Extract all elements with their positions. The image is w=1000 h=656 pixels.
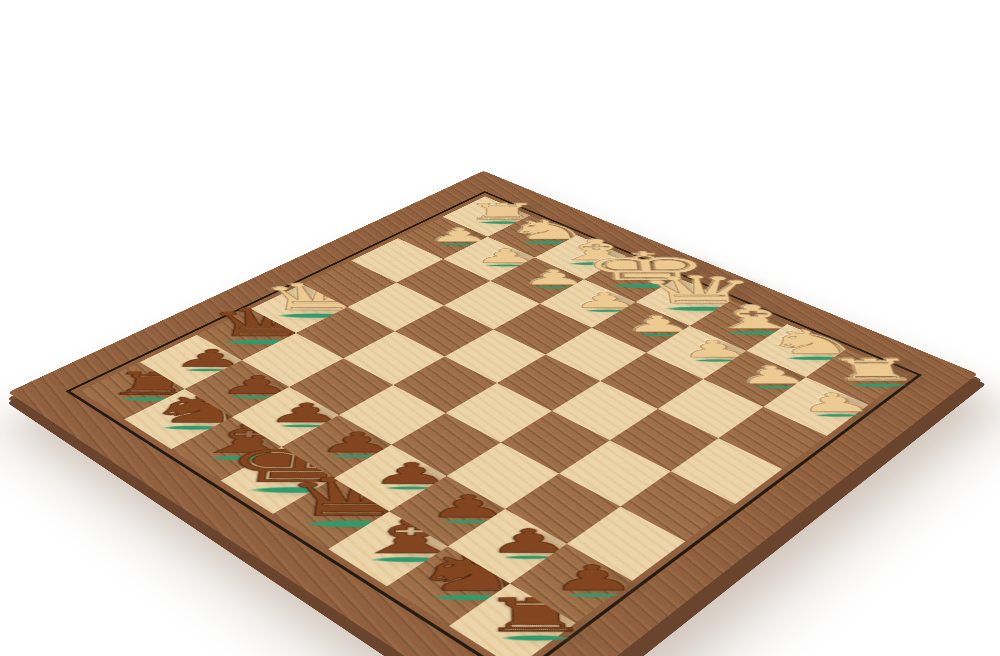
square-a6[interactable]: [567, 506, 686, 580]
piece-black-queen-h6[interactable]: ♛: [177, 302, 354, 342]
piece-white-pawn-d2[interactable]: ♟: [573, 313, 744, 335]
square-c6[interactable]: [447, 442, 559, 508]
square-b3[interactable]: [658, 379, 764, 438]
piece-black-queen-d8[interactable]: ♛: [250, 469, 453, 524]
square-a5[interactable]: [620, 471, 735, 541]
piece-white-pawn-f2[interactable]: ♟: [474, 268, 636, 288]
piece-white-pawn-h2[interactable]: ♟: [381, 226, 536, 245]
square-c7[interactable]: ♟: [389, 476, 505, 546]
square-a7[interactable]: ♟: [510, 544, 632, 623]
piece-white-pawn-a2[interactable]: ♟: [741, 390, 930, 416]
piece-black-pawn-b7[interactable]: ♟: [426, 525, 632, 558]
board-border-line: ♜♟♛♛♟♜♞♟♟♞♝♟♟♝♚♟♟♚♛♟♟♛♝♟♟♝♞♟♟♞♜♟♟♜: [65, 191, 922, 656]
square-d7[interactable]: ♟: [334, 445, 447, 512]
piece-black-bishop-c8[interactable]: ♝: [305, 512, 512, 560]
square-c4[interactable]: [552, 381, 658, 440]
square-b7[interactable]: ♟: [448, 509, 567, 584]
piece-white-pawn-c2[interactable]: ♟: [626, 337, 803, 360]
photo-background: ♜♟♛♛♟♜♞♟♟♞♝♟♟♝♚♟♟♚♛♟♟♛♝♟♟♝♞♟♟♞♜♟♟♜: [0, 0, 1000, 656]
piece-black-knight-b8[interactable]: ♞: [364, 549, 577, 598]
piece-black-rook-a8[interactable]: ♜: [426, 593, 646, 639]
square-b4[interactable]: [610, 409, 719, 471]
square-d8[interactable]: ♛: [273, 478, 389, 549]
piece-white-pawn-e2[interactable]: ♟: [523, 290, 689, 311]
square-a3[interactable]: [718, 407, 826, 469]
square-e8[interactable]: ♚: [221, 447, 334, 514]
square-a8[interactable]: ♜: [449, 584, 576, 656]
square-c8[interactable]: ♝: [328, 511, 448, 586]
piece-black-pawn-a7[interactable]: ♟: [488, 561, 701, 596]
piece-black-pawn-d7[interactable]: ♟: [312, 459, 507, 488]
piece-black-king-e8[interactable]: ♚: [198, 435, 398, 491]
board-grid: ♜♟♛♛♟♜♞♟♟♞♝♟♟♝♚♟♟♚♛♟♟♛♝♟♟♝♞♟♟♞♜♟♟♜: [80, 196, 908, 656]
chess-board: ♜♟♛♛♟♜♞♟♟♞♝♟♟♝♚♟♟♚♛♟♟♛♝♟♟♝♞♟♟♞♜♟♟♜: [8, 171, 978, 656]
square-c5[interactable]: [501, 411, 610, 474]
piece-white-pawn-g2[interactable]: ♟: [426, 246, 584, 265]
square-b6[interactable]: [505, 474, 620, 544]
piece-white-pawn-b2[interactable]: ♟: [682, 363, 865, 388]
square-b5[interactable]: [559, 440, 671, 506]
square-d5[interactable]: [446, 383, 552, 442]
square-a4[interactable]: [671, 438, 782, 504]
square-b8[interactable]: ♞: [387, 546, 510, 626]
piece-black-pawn-c7[interactable]: ♟: [368, 491, 568, 522]
